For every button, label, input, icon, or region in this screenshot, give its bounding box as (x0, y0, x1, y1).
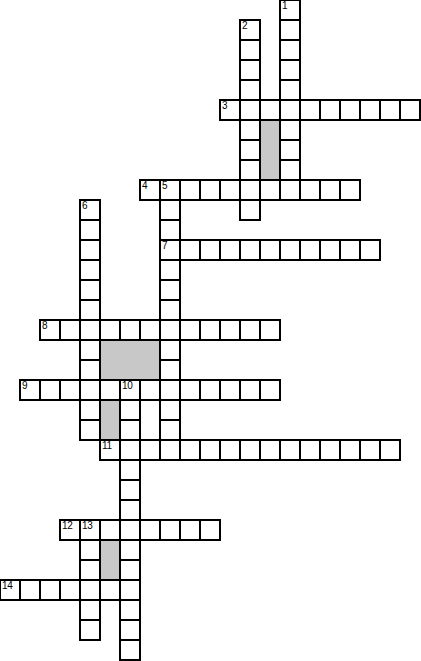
grid-cell[interactable] (119, 639, 141, 661)
grid-cell[interactable] (99, 519, 121, 541)
grid-cell[interactable] (179, 379, 201, 401)
grid-cell[interactable] (79, 199, 101, 221)
grid-cell[interactable] (179, 179, 201, 201)
grid-cell[interactable] (159, 359, 181, 381)
grid-cell[interactable] (259, 239, 281, 261)
grid-cell[interactable] (319, 99, 341, 121)
grid-cell[interactable] (279, 439, 301, 461)
grid-cell[interactable] (139, 319, 161, 341)
grid-cell[interactable] (239, 139, 261, 161)
grid-cell[interactable] (279, 99, 301, 121)
grid-cell[interactable] (239, 19, 261, 41)
grid-cell[interactable] (79, 379, 101, 401)
grid-cell[interactable] (279, 39, 301, 61)
grid-cell[interactable] (339, 439, 361, 461)
grid-cell[interactable] (219, 239, 241, 261)
grid-cell[interactable] (279, 0, 301, 21)
grid-cell[interactable] (299, 179, 321, 201)
grid-cell[interactable] (179, 439, 201, 461)
grid-cell[interactable] (19, 379, 41, 401)
grid-cell[interactable] (339, 179, 361, 201)
grid-cell[interactable] (79, 339, 101, 361)
grid-cell[interactable] (59, 379, 81, 401)
grid-cell[interactable] (159, 219, 181, 241)
grid-cell[interactable] (299, 239, 321, 261)
grid-cell[interactable] (79, 239, 101, 261)
grid-cell[interactable] (239, 239, 261, 261)
grid-cell[interactable] (159, 199, 181, 221)
grid-cell[interactable] (79, 519, 101, 541)
grid-cell[interactable] (79, 359, 101, 381)
grid-cell[interactable] (39, 579, 61, 601)
grid-cell[interactable] (79, 259, 101, 281)
shaded-block (99, 339, 161, 381)
grid-cell[interactable] (99, 579, 121, 601)
grid-cell[interactable] (159, 299, 181, 321)
grid-cell[interactable] (159, 519, 181, 541)
grid-cell[interactable] (219, 439, 241, 461)
grid-cell[interactable] (159, 179, 181, 201)
grid-cell[interactable] (379, 439, 401, 461)
grid-cell[interactable] (279, 119, 301, 141)
grid-cell[interactable] (19, 579, 41, 601)
grid-cell[interactable] (39, 379, 61, 401)
grid-cell[interactable] (119, 499, 141, 521)
grid-cell[interactable] (79, 319, 101, 341)
grid-cell[interactable] (279, 139, 301, 161)
grid-cell[interactable] (279, 239, 301, 261)
grid-cell[interactable] (239, 199, 261, 221)
grid-cell[interactable] (159, 379, 181, 401)
grid-cell[interactable] (119, 319, 141, 341)
grid-cell[interactable] (159, 279, 181, 301)
grid-cell[interactable] (99, 319, 121, 341)
grid-cell[interactable] (0, 579, 21, 601)
grid-cell[interactable] (159, 319, 181, 341)
grid-cell[interactable] (239, 179, 261, 201)
grid-cell[interactable] (259, 99, 281, 121)
shaded-block (99, 399, 121, 441)
grid-cell[interactable] (119, 519, 141, 541)
grid-cell[interactable] (199, 179, 221, 201)
grid-cell[interactable] (159, 439, 181, 461)
grid-cell[interactable] (59, 319, 81, 341)
grid-cell[interactable] (99, 379, 121, 401)
grid-cell[interactable] (219, 379, 241, 401)
grid-cell[interactable] (79, 399, 101, 421)
grid-cell[interactable] (259, 439, 281, 461)
grid-cell[interactable] (279, 79, 301, 101)
grid-cell[interactable] (339, 239, 361, 261)
grid-cell[interactable] (179, 319, 201, 341)
grid-cell[interactable] (139, 519, 161, 541)
grid-cell[interactable] (119, 479, 141, 501)
grid-cell[interactable] (399, 99, 421, 121)
grid-cell[interactable] (319, 239, 341, 261)
grid-cell[interactable] (339, 99, 361, 121)
grid-cell[interactable] (139, 179, 161, 201)
grid-cell[interactable] (119, 539, 141, 561)
grid-cell[interactable] (79, 599, 101, 621)
grid-cell[interactable] (179, 519, 201, 541)
crossword-grid: 1234567891011121314 (0, 0, 421, 661)
grid-cell[interactable] (199, 439, 221, 461)
grid-cell[interactable] (119, 379, 141, 401)
grid-cell[interactable] (119, 419, 141, 441)
grid-cell[interactable] (359, 239, 381, 261)
grid-cell[interactable] (159, 419, 181, 441)
grid-cell[interactable] (239, 59, 261, 81)
grid-cell[interactable] (139, 439, 161, 461)
grid-cell[interactable] (79, 299, 101, 321)
grid-cell[interactable] (119, 399, 141, 421)
grid-cell[interactable] (239, 79, 261, 101)
grid-cell[interactable] (79, 559, 101, 581)
grid-cell[interactable] (259, 179, 281, 201)
grid-cell[interactable] (239, 379, 261, 401)
grid-cell[interactable] (99, 439, 121, 461)
grid-cell[interactable] (239, 119, 261, 141)
grid-cell[interactable] (79, 219, 101, 241)
grid-cell[interactable] (159, 239, 181, 261)
grid-cell[interactable] (299, 99, 321, 121)
grid-cell[interactable] (199, 239, 221, 261)
grid-cell[interactable] (119, 459, 141, 481)
grid-cell[interactable] (259, 379, 281, 401)
shaded-block (259, 119, 281, 181)
grid-cell[interactable] (279, 19, 301, 41)
grid-cell[interactable] (159, 399, 181, 421)
grid-cell[interactable] (119, 619, 141, 641)
grid-cell[interactable] (359, 99, 381, 121)
grid-cell[interactable] (199, 319, 221, 341)
grid-cell[interactable] (159, 339, 181, 361)
grid-cell[interactable] (219, 319, 241, 341)
grid-cell[interactable] (39, 319, 61, 341)
grid-cell[interactable] (259, 319, 281, 341)
grid-cell[interactable] (239, 39, 261, 61)
grid-cell[interactable] (279, 179, 301, 201)
grid-cell[interactable] (179, 239, 201, 261)
grid-cell[interactable] (79, 419, 101, 441)
grid-cell[interactable] (319, 179, 341, 201)
grid-cell[interactable] (279, 159, 301, 181)
grid-cell[interactable] (199, 379, 221, 401)
grid-cell[interactable] (139, 379, 161, 401)
grid-cell[interactable] (239, 439, 261, 461)
grid-cell[interactable] (219, 179, 241, 201)
grid-cell[interactable] (79, 279, 101, 301)
grid-cell[interactable] (79, 579, 101, 601)
grid-cell[interactable] (239, 99, 261, 121)
grid-cell[interactable] (119, 599, 141, 621)
grid-cell[interactable] (119, 559, 141, 581)
grid-cell[interactable] (279, 59, 301, 81)
grid-cell[interactable] (79, 619, 101, 641)
grid-cell[interactable] (239, 159, 261, 181)
grid-cell[interactable] (59, 579, 81, 601)
grid-cell[interactable] (239, 319, 261, 341)
grid-cell[interactable] (299, 439, 321, 461)
grid-cell[interactable] (119, 579, 141, 601)
grid-cell[interactable] (219, 99, 241, 121)
grid-cell[interactable] (159, 259, 181, 281)
grid-cell[interactable] (379, 99, 401, 121)
shaded-block (99, 539, 121, 581)
grid-cell[interactable] (79, 539, 101, 561)
grid-cell[interactable] (199, 519, 221, 541)
grid-cell[interactable] (59, 519, 81, 541)
grid-cell[interactable] (319, 439, 341, 461)
grid-cell[interactable] (119, 439, 141, 461)
grid-cell[interactable] (359, 439, 381, 461)
